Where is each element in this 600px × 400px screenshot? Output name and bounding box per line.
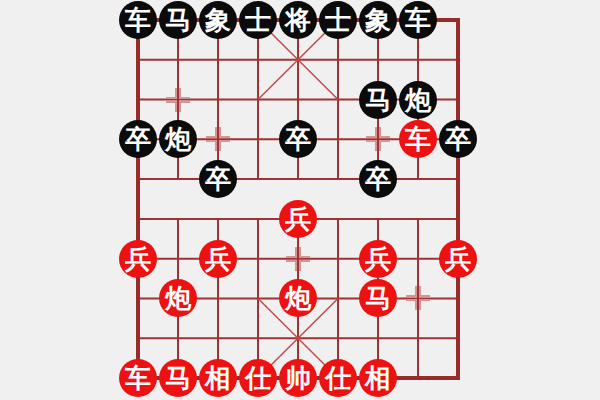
piece-red-elephant[interactable]: 相	[359, 359, 397, 397]
piece-red-soldier[interactable]: 兵	[279, 200, 317, 238]
point-marker-corner	[299, 247, 310, 258]
piece-red-soldier[interactable]: 兵	[119, 240, 157, 278]
piece-black-advisor[interactable]: 士	[319, 1, 357, 39]
piece-red-soldier[interactable]: 兵	[439, 240, 477, 278]
piece-black-soldier[interactable]: 卒	[359, 160, 397, 198]
point-marker-corner	[166, 88, 177, 99]
piece-black-chariot[interactable]: 车	[399, 1, 437, 39]
piece-black-horse[interactable]: 马	[159, 1, 197, 39]
point-marker-corner	[299, 260, 310, 271]
point-marker-corner	[219, 140, 230, 151]
piece-black-elephant[interactable]: 象	[199, 1, 237, 39]
point-marker-corner	[219, 127, 230, 138]
point-marker-corner	[419, 286, 430, 297]
piece-black-horse[interactable]: 马	[359, 81, 397, 119]
xiangqi-board: 车马象士将士象车马炮卒炮卒车卒卒卒兵兵兵兵兵炮炮马车马相仕帅仕相	[0, 0, 600, 400]
piece-red-general[interactable]: 帅	[279, 359, 317, 397]
point-marker-corner	[206, 127, 217, 138]
piece-black-soldier[interactable]: 卒	[199, 160, 237, 198]
piece-red-horse[interactable]: 马	[159, 359, 197, 397]
piece-red-chariot[interactable]: 车	[119, 359, 157, 397]
point-marker-corner	[179, 88, 190, 99]
point-marker-corner	[366, 127, 377, 138]
point-marker-corner	[419, 299, 430, 310]
piece-red-elephant[interactable]: 相	[199, 359, 237, 397]
point-marker-corner	[286, 247, 297, 258]
piece-black-cannon[interactable]: 炮	[399, 81, 437, 119]
point-marker	[405, 285, 431, 311]
point-marker-corner	[406, 299, 417, 310]
piece-black-elephant[interactable]: 象	[359, 1, 397, 39]
point-marker-corner	[406, 286, 417, 297]
piece-red-advisor[interactable]: 仕	[239, 359, 277, 397]
point-marker-corner	[166, 101, 177, 112]
point-marker	[165, 87, 191, 113]
piece-black-advisor[interactable]: 士	[239, 1, 277, 39]
point-marker	[365, 126, 391, 152]
point-marker-corner	[366, 140, 377, 151]
point-marker-corner	[179, 101, 190, 112]
point-marker-corner	[379, 127, 390, 138]
point-marker-corner	[379, 140, 390, 151]
piece-black-chariot[interactable]: 车	[119, 1, 157, 39]
piece-red-soldier[interactable]: 兵	[359, 240, 397, 278]
point-marker-corner	[206, 140, 217, 151]
point-marker	[285, 246, 311, 272]
point-marker-corner	[286, 260, 297, 271]
app-background: 车马象士将士象车马炮卒炮卒车卒卒卒兵兵兵兵兵炮炮马车马相仕帅仕相	[0, 0, 600, 400]
piece-red-soldier[interactable]: 兵	[199, 240, 237, 278]
piece-red-advisor[interactable]: 仕	[319, 359, 357, 397]
point-marker	[205, 126, 231, 152]
piece-black-general[interactable]: 将	[279, 1, 317, 39]
